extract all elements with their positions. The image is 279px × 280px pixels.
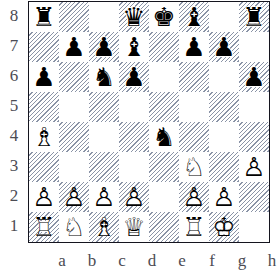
piece-white-bishop[interactable]: ♝♗ (29, 122, 59, 152)
white-bishop-outline: ♗ (89, 212, 119, 242)
piece-black-bishop[interactable]: ♝ (179, 2, 209, 32)
square-c5[interactable] (89, 92, 119, 122)
rank-label-7: 7 (0, 31, 28, 61)
rank-label-2: 2 (0, 181, 28, 211)
white-knight-outline: ♘ (59, 212, 89, 242)
black-knight-glyph: ♞ (149, 122, 179, 152)
file-label-b: b (77, 247, 107, 275)
square-f3[interactable]: ♞♘ (179, 152, 209, 182)
rank-label-8: 8 (0, 1, 28, 31)
piece-white-pawn[interactable]: ♟♙ (239, 152, 269, 182)
piece-black-pawn[interactable]: ♟ (29, 62, 59, 92)
piece-white-pawn[interactable]: ♟♙ (89, 182, 119, 212)
white-rook-outline: ♖ (29, 212, 59, 242)
piece-white-knight[interactable]: ♞♘ (179, 152, 209, 182)
square-h7[interactable] (239, 32, 269, 62)
square-e2[interactable] (149, 182, 179, 212)
square-h5[interactable] (239, 92, 269, 122)
black-pawn-glyph: ♟ (89, 32, 119, 62)
square-c3[interactable] (89, 152, 119, 182)
square-g7[interactable]: ♟ (209, 32, 239, 62)
square-h3[interactable]: ♟♙ (239, 152, 269, 182)
white-pawn-outline: ♙ (89, 182, 119, 212)
square-a2[interactable]: ♟♙ (29, 182, 59, 212)
piece-black-king[interactable]: ♚ (149, 2, 179, 32)
piece-black-pawn[interactable]: ♟ (119, 62, 149, 92)
file-label-e: e (167, 247, 197, 275)
piece-black-pawn[interactable]: ♟ (239, 62, 269, 92)
square-e3[interactable] (149, 152, 179, 182)
piece-white-queen[interactable]: ♛♕ (119, 212, 149, 242)
square-f6[interactable] (179, 62, 209, 92)
square-d5[interactable] (119, 92, 149, 122)
square-e5[interactable] (149, 92, 179, 122)
rank-label-4: 4 (0, 121, 28, 151)
white-pawn-outline: ♙ (209, 182, 239, 212)
piece-white-pawn[interactable]: ♟♙ (209, 182, 239, 212)
square-b8[interactable] (59, 2, 89, 32)
black-king-glyph: ♚ (149, 2, 179, 32)
black-bishop-glyph: ♝ (179, 2, 209, 32)
square-h8[interactable]: ♜ (239, 2, 269, 32)
square-d6[interactable]: ♟ (119, 62, 149, 92)
piece-white-rook[interactable]: ♜♖ (29, 212, 59, 242)
black-pawn-glyph: ♟ (239, 62, 269, 92)
square-e8[interactable]: ♚ (149, 2, 179, 32)
square-d3[interactable] (119, 152, 149, 182)
square-f2[interactable]: ♟♙ (179, 182, 209, 212)
square-g8[interactable] (209, 2, 239, 32)
piece-white-rook[interactable]: ♜♖ (179, 212, 209, 242)
black-bishop-glyph: ♝ (119, 32, 149, 62)
piece-white-bishop[interactable]: ♝♗ (89, 212, 119, 242)
piece-white-knight[interactable]: ♞♘ (59, 212, 89, 242)
square-c7[interactable]: ♟ (89, 32, 119, 62)
white-pawn-outline: ♙ (239, 152, 269, 182)
white-king-outline: ♔ (209, 212, 239, 242)
square-g1[interactable]: ♚♔ (209, 212, 239, 242)
square-f5[interactable] (179, 92, 209, 122)
black-pawn-glyph: ♟ (209, 32, 239, 62)
white-pawn-outline: ♙ (59, 182, 89, 212)
square-h1[interactable] (239, 212, 269, 242)
square-c6[interactable]: ♞ (89, 62, 119, 92)
piece-black-knight[interactable]: ♞ (89, 62, 119, 92)
square-d7[interactable]: ♝ (119, 32, 149, 62)
rank-label-1: 1 (0, 211, 28, 241)
square-b5[interactable] (59, 92, 89, 122)
square-e4[interactable]: ♞ (149, 122, 179, 152)
square-h2[interactable] (239, 182, 269, 212)
rank-label-3: 3 (0, 151, 28, 181)
square-c4[interactable] (89, 122, 119, 152)
piece-white-pawn[interactable]: ♟♙ (29, 182, 59, 212)
white-queen-outline: ♕ (119, 212, 149, 242)
square-d1[interactable]: ♛♕ (119, 212, 149, 242)
piece-black-bishop[interactable]: ♝ (119, 32, 149, 62)
file-labels: abcdefgh (47, 247, 279, 275)
square-b4[interactable] (59, 122, 89, 152)
rank-labels: 87654321 (0, 1, 28, 241)
white-pawn-outline: ♙ (179, 182, 209, 212)
square-g6[interactable] (209, 62, 239, 92)
black-rook-glyph: ♜ (239, 2, 269, 32)
black-rook-glyph: ♜ (29, 2, 59, 32)
square-b2[interactable]: ♟♙ (59, 182, 89, 212)
square-a7[interactable] (29, 32, 59, 62)
piece-white-pawn[interactable]: ♟♙ (179, 182, 209, 212)
square-f4[interactable] (179, 122, 209, 152)
file-label-c: c (107, 247, 137, 275)
square-b3[interactable] (59, 152, 89, 182)
file-label-a: a (47, 247, 77, 275)
square-b6[interactable] (59, 62, 89, 92)
white-knight-outline: ♘ (179, 152, 209, 182)
piece-black-knight[interactable]: ♞ (149, 122, 179, 152)
square-f7[interactable]: ♟ (179, 32, 209, 62)
square-c8[interactable] (89, 2, 119, 32)
square-g4[interactable] (209, 122, 239, 152)
square-f8[interactable]: ♝ (179, 2, 209, 32)
piece-black-rook[interactable]: ♜ (239, 2, 269, 32)
square-a6[interactable]: ♟ (29, 62, 59, 92)
black-queen-glyph: ♛ (119, 2, 149, 32)
white-rook-outline: ♖ (179, 212, 209, 242)
piece-white-pawn[interactable]: ♟♙ (59, 182, 89, 212)
square-a3[interactable] (29, 152, 59, 182)
black-knight-glyph: ♞ (89, 62, 119, 92)
square-e7[interactable] (149, 32, 179, 62)
file-label-g: g (227, 247, 257, 275)
piece-black-pawn[interactable]: ♟ (209, 32, 239, 62)
piece-white-king[interactable]: ♚♔ (209, 212, 239, 242)
white-pawn-outline: ♙ (119, 182, 149, 212)
piece-black-pawn[interactable]: ♟ (179, 32, 209, 62)
square-e1[interactable] (149, 212, 179, 242)
square-a4[interactable]: ♝♗ (29, 122, 59, 152)
black-pawn-glyph: ♟ (119, 62, 149, 92)
rank-label-5: 5 (0, 91, 28, 121)
square-e6[interactable] (149, 62, 179, 92)
piece-black-queen[interactable]: ♛ (119, 2, 149, 32)
square-a1[interactable]: ♜♖ (29, 212, 59, 242)
piece-white-pawn[interactable]: ♟♙ (119, 182, 149, 212)
piece-black-pawn[interactable]: ♟ (89, 32, 119, 62)
square-h6[interactable]: ♟ (239, 62, 269, 92)
black-pawn-glyph: ♟ (29, 62, 59, 92)
square-c1[interactable]: ♝♗ (89, 212, 119, 242)
piece-black-rook[interactable]: ♜ (29, 2, 59, 32)
square-b1[interactable]: ♞♘ (59, 212, 89, 242)
chess-board: ♜♛♚♝♜♟♟♝♟♟♟♞♟♟♝♗♞♞♘♟♙♟♙♟♙♟♙♟♙♟♙♟♙♜♖♞♘♝♗♛… (28, 1, 270, 243)
square-d4[interactable] (119, 122, 149, 152)
file-label-d: d (137, 247, 167, 275)
square-d2[interactable]: ♟♙ (119, 182, 149, 212)
white-pawn-outline: ♙ (29, 182, 59, 212)
square-f1[interactable]: ♜♖ (179, 212, 209, 242)
square-g2[interactable]: ♟♙ (209, 182, 239, 212)
square-g3[interactable] (209, 152, 239, 182)
square-b7[interactable]: ♟ (59, 32, 89, 62)
file-label-f: f (197, 247, 227, 275)
square-d8[interactable]: ♛ (119, 2, 149, 32)
black-pawn-glyph: ♟ (59, 32, 89, 62)
square-g5[interactable] (209, 92, 239, 122)
white-bishop-outline: ♗ (29, 122, 59, 152)
square-a8[interactable]: ♜ (29, 2, 59, 32)
rank-label-6: 6 (0, 61, 28, 91)
piece-black-pawn[interactable]: ♟ (59, 32, 89, 62)
file-label-h: h (257, 247, 279, 275)
chess-diagram: 87654321 ♜♛♚♝♜♟♟♝♟♟♟♞♟♟♝♗♞♞♘♟♙♟♙♟♙♟♙♟♙♟♙… (0, 0, 279, 280)
square-h4[interactable] (239, 122, 269, 152)
square-c2[interactable]: ♟♙ (89, 182, 119, 212)
square-a5[interactable] (29, 92, 59, 122)
black-pawn-glyph: ♟ (179, 32, 209, 62)
